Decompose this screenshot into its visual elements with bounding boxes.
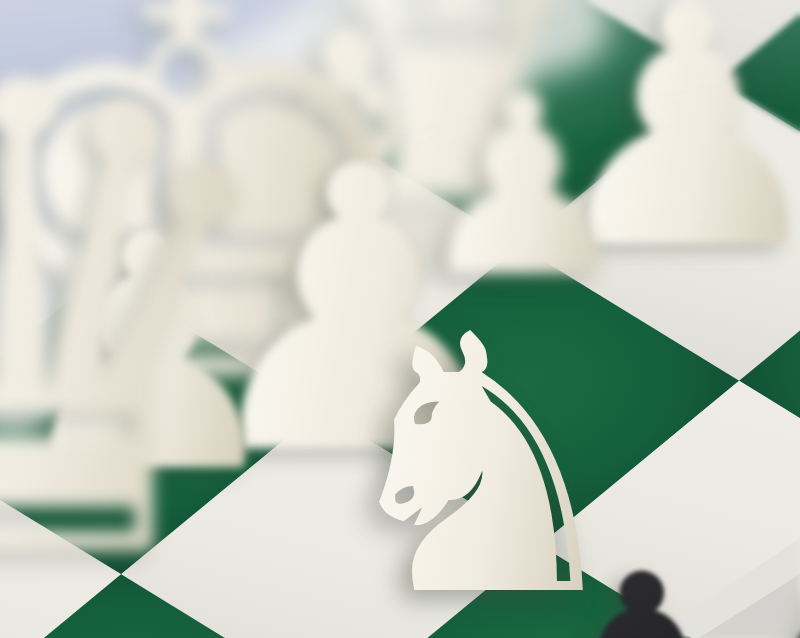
chess-piece-black-pawn[interactable]: ♟ [516,538,767,638]
chess-piece-white-queen[interactable]: ♛ [0,1,311,638]
chessboard-photo: ♛♚♝♜♟♟♟♟♞♟♟ [0,0,800,638]
